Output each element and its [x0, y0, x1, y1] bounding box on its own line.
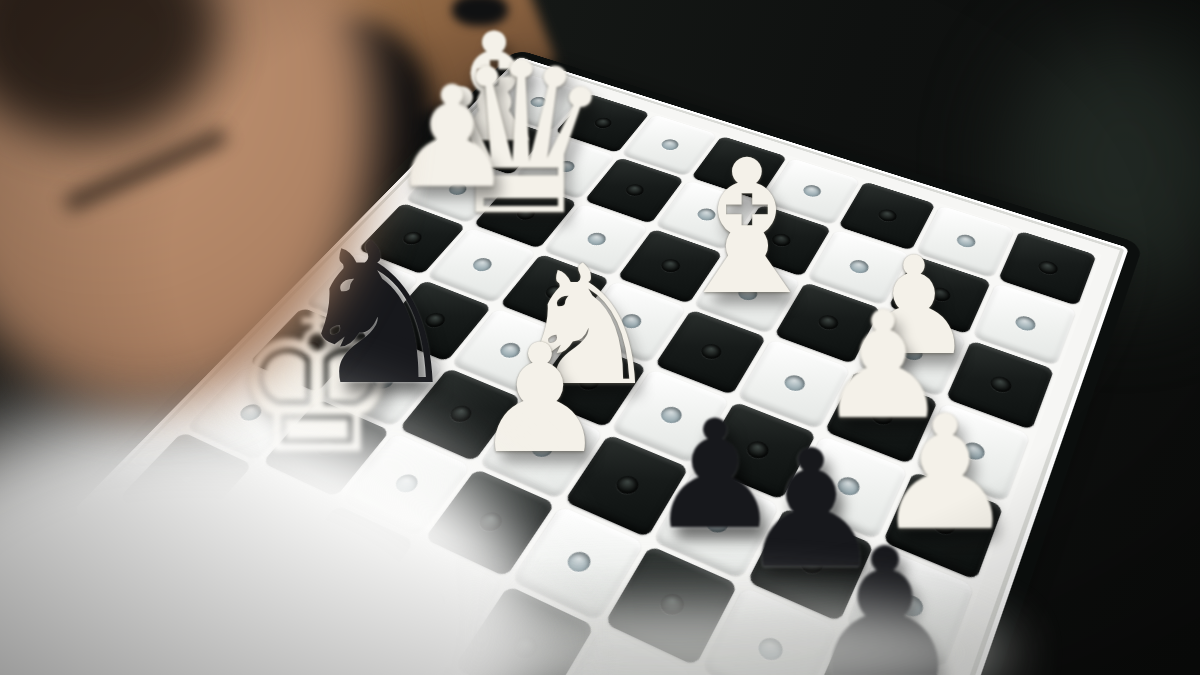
peg-hole	[876, 207, 899, 223]
peg-hole	[698, 341, 724, 361]
piece-white-pawn-d3: ♟	[473, 324, 607, 474]
piece-white-pawn-a6: ♟	[389, 68, 515, 208]
peg-hole	[1013, 313, 1037, 332]
peg-hole	[781, 372, 807, 393]
peg-hole	[563, 548, 594, 575]
peg-hole	[1036, 258, 1059, 276]
piece-white-bishop-e6: ♝	[664, 136, 830, 321]
peg-hole	[613, 472, 642, 496]
peg-hole	[623, 182, 646, 198]
photo-scene: ♝♛♟♝♞♟♚♞♟♟♟♟♟♟	[0, 0, 1200, 675]
